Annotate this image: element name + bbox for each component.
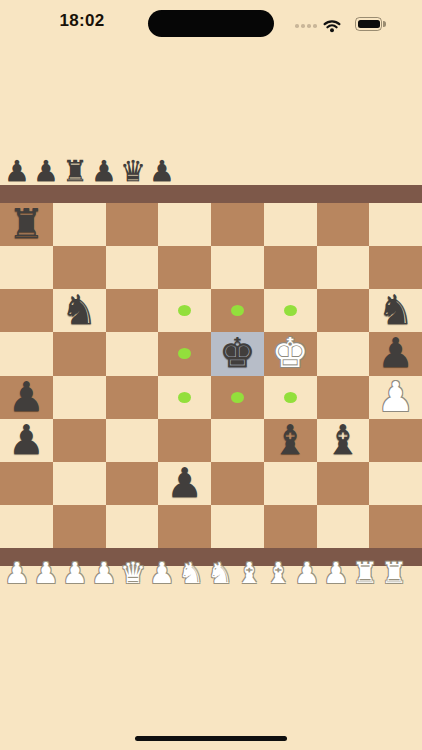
square-g3[interactable]: ♝ <box>317 419 370 462</box>
square-h1[interactable] <box>369 505 422 548</box>
black-rook[interactable]: ♜ <box>8 204 45 245</box>
captured-black-pawn: ♟ <box>4 157 26 186</box>
square-b3[interactable] <box>53 419 106 462</box>
board-top-rail <box>0 185 422 203</box>
square-d1[interactable] <box>158 505 211 548</box>
square-b2[interactable] <box>53 462 106 505</box>
square-d8[interactable] <box>158 203 211 246</box>
square-g4[interactable] <box>317 376 370 419</box>
square-c2[interactable] <box>106 462 159 505</box>
captured-white-pawn: ♟ <box>62 559 84 588</box>
home-indicator[interactable] <box>135 736 287 741</box>
square-h4[interactable]: ♟ <box>369 376 422 419</box>
square-f6[interactable] <box>264 289 317 332</box>
square-d6[interactable] <box>158 289 211 332</box>
square-e1[interactable] <box>211 505 264 548</box>
square-h2[interactable] <box>369 462 422 505</box>
square-c4[interactable] <box>106 376 159 419</box>
captured-white-rook: ♜ <box>381 559 403 588</box>
square-f2[interactable] <box>264 462 317 505</box>
square-a3[interactable]: ♟ <box>0 419 53 462</box>
square-f4[interactable] <box>264 376 317 419</box>
square-d3[interactable] <box>158 419 211 462</box>
legal-move-dot[interactable] <box>178 348 191 359</box>
captured-white-bishop: ♝ <box>265 559 287 588</box>
captured-white-knight: ♞ <box>178 559 200 588</box>
black-knight[interactable]: ♞ <box>61 290 98 331</box>
legal-move-dot[interactable] <box>231 305 244 316</box>
square-a8[interactable]: ♜ <box>0 203 53 246</box>
square-f3[interactable]: ♝ <box>264 419 317 462</box>
captured-white-pawn: ♟ <box>149 559 171 588</box>
black-pawn[interactable]: ♟ <box>8 420 45 461</box>
black-pawn[interactable]: ♟ <box>8 377 45 418</box>
square-e2[interactable] <box>211 462 264 505</box>
legal-move-dot[interactable] <box>178 305 191 316</box>
captured-white-queen: ♛ <box>120 559 142 588</box>
square-d4[interactable] <box>158 376 211 419</box>
square-g8[interactable] <box>317 203 370 246</box>
square-h6[interactable]: ♞ <box>369 289 422 332</box>
dynamic-island <box>148 10 274 37</box>
square-h8[interactable] <box>369 203 422 246</box>
captured-white-pawn: ♟ <box>294 559 316 588</box>
square-e5[interactable]: ♚ <box>211 332 264 375</box>
square-f8[interactable] <box>264 203 317 246</box>
square-e3[interactable] <box>211 419 264 462</box>
square-e7[interactable] <box>211 246 264 289</box>
square-c7[interactable] <box>106 246 159 289</box>
square-d7[interactable] <box>158 246 211 289</box>
black-bishop[interactable]: ♝ <box>272 420 309 461</box>
captured-black-queen: ♛ <box>120 157 142 186</box>
app-screen: 18:02 ♟♟♜♟♛♟ ♜♞♞♚♚♟♟♟♟♝♝♟ ♟♟♟♟♛♟♞♞♝♝♟♟♜♜ <box>0 0 422 750</box>
captured-white-pawn: ♟ <box>91 559 113 588</box>
white-pawn[interactable]: ♟ <box>377 377 414 418</box>
legal-move-dot[interactable] <box>284 305 297 316</box>
black-pawn[interactable]: ♟ <box>166 463 203 504</box>
captured-black-pieces-tray: ♟♟♜♟♛♟ <box>4 160 178 186</box>
captured-white-pawn: ♟ <box>33 559 55 588</box>
status-bar-time: 18:02 <box>52 11 112 31</box>
captured-black-pawn: ♟ <box>33 157 55 186</box>
captured-black-rook: ♜ <box>62 157 84 186</box>
square-h3[interactable] <box>369 419 422 462</box>
square-g2[interactable] <box>317 462 370 505</box>
black-knight[interactable]: ♞ <box>377 290 414 331</box>
wifi-icon <box>323 18 341 37</box>
captured-black-pawn: ♟ <box>91 157 113 186</box>
square-b7[interactable] <box>53 246 106 289</box>
legal-move-dot[interactable] <box>231 392 244 403</box>
chess-board[interactable]: ♜♞♞♚♚♟♟♟♟♝♝♟ <box>0 203 422 548</box>
black-king[interactable]: ♚ <box>219 333 256 374</box>
square-h7[interactable] <box>369 246 422 289</box>
square-d5[interactable] <box>158 332 211 375</box>
square-e8[interactable] <box>211 203 264 246</box>
square-e4[interactable] <box>211 376 264 419</box>
square-c1[interactable] <box>106 505 159 548</box>
captured-white-knight: ♞ <box>207 559 229 588</box>
square-f5[interactable]: ♚ <box>264 332 317 375</box>
square-e6[interactable] <box>211 289 264 332</box>
square-f7[interactable] <box>264 246 317 289</box>
square-g5[interactable] <box>317 332 370 375</box>
square-f1[interactable] <box>264 505 317 548</box>
square-c8[interactable] <box>106 203 159 246</box>
legal-move-dot[interactable] <box>284 392 297 403</box>
square-g6[interactable] <box>317 289 370 332</box>
square-c3[interactable] <box>106 419 159 462</box>
square-b4[interactable] <box>53 376 106 419</box>
captured-white-pieces-tray: ♟♟♟♟♛♟♞♞♝♝♟♟♜♜ <box>4 560 410 588</box>
square-a6[interactable] <box>0 289 53 332</box>
square-c6[interactable] <box>106 289 159 332</box>
cellular-signal-icon <box>295 24 317 28</box>
square-a5[interactable] <box>0 332 53 375</box>
square-b6[interactable]: ♞ <box>53 289 106 332</box>
square-h5[interactable]: ♟ <box>369 332 422 375</box>
square-a4[interactable]: ♟ <box>0 376 53 419</box>
captured-white-rook: ♜ <box>352 559 374 588</box>
square-d2[interactable]: ♟ <box>158 462 211 505</box>
square-a2[interactable] <box>0 462 53 505</box>
square-b1[interactable] <box>53 505 106 548</box>
square-b8[interactable] <box>53 203 106 246</box>
square-g7[interactable] <box>317 246 370 289</box>
square-a1[interactable] <box>0 505 53 548</box>
square-g1[interactable] <box>317 505 370 548</box>
captured-black-pawn: ♟ <box>149 157 171 186</box>
captured-white-bishop: ♝ <box>236 559 258 588</box>
battery-icon <box>355 17 382 31</box>
black-pawn[interactable]: ♟ <box>377 333 414 374</box>
captured-white-pawn: ♟ <box>4 559 26 588</box>
square-a7[interactable] <box>0 246 53 289</box>
white-king[interactable]: ♚ <box>272 333 309 374</box>
square-c5[interactable] <box>106 332 159 375</box>
square-b5[interactable] <box>53 332 106 375</box>
black-bishop[interactable]: ♝ <box>324 420 361 461</box>
legal-move-dot[interactable] <box>178 392 191 403</box>
captured-white-pawn: ♟ <box>323 559 345 588</box>
